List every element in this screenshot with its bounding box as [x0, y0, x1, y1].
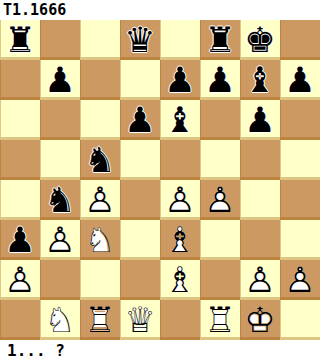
square-h3[interactable]: [280, 220, 320, 260]
piece-white-pawn[interactable]: ♟♙: [200, 180, 240, 220]
white-piece-outline: ♗: [160, 220, 200, 260]
piece-white-bishop[interactable]: ♝♗: [160, 260, 200, 300]
white-piece-outline: ♖: [200, 300, 240, 340]
square-h2[interactable]: ♟♙: [280, 260, 320, 300]
white-piece-outline: ♔: [240, 300, 280, 340]
white-piece-outline: ♘: [40, 300, 80, 340]
piece-black-knight[interactable]: ♞: [80, 140, 120, 180]
piece-white-pawn[interactable]: ♟♙: [160, 180, 200, 220]
piece-white-bishop[interactable]: ♝♗: [160, 220, 200, 260]
white-piece-outline: ♖: [80, 300, 120, 340]
square-b2[interactable]: [40, 260, 80, 300]
puzzle-id-label: T1.1666: [0, 0, 320, 20]
square-c7[interactable]: [80, 60, 120, 100]
piece-black-pawn[interactable]: ♟: [120, 100, 160, 140]
piece-white-queen[interactable]: ♛♕: [120, 300, 160, 340]
square-h6[interactable]: [280, 100, 320, 140]
square-d6[interactable]: ♟: [120, 100, 160, 140]
piece-white-pawn[interactable]: ♟♙: [80, 180, 120, 220]
square-d5[interactable]: [120, 140, 160, 180]
square-a7[interactable]: [0, 60, 40, 100]
piece-black-rook[interactable]: ♜: [200, 20, 240, 60]
white-piece-outline: ♙: [240, 260, 280, 300]
square-f5[interactable]: [200, 140, 240, 180]
square-c5[interactable]: ♞: [80, 140, 120, 180]
piece-black-knight[interactable]: ♞: [40, 180, 80, 220]
square-b1[interactable]: ♞♘: [40, 300, 80, 340]
piece-black-pawn[interactable]: ♟: [200, 60, 240, 100]
piece-white-knight[interactable]: ♞♘: [80, 220, 120, 260]
piece-black-bishop[interactable]: ♝: [240, 60, 280, 100]
square-h5[interactable]: [280, 140, 320, 180]
piece-white-pawn[interactable]: ♟♙: [0, 260, 40, 300]
square-c1[interactable]: ♜♖: [80, 300, 120, 340]
white-piece-outline: ♙: [160, 180, 200, 220]
piece-white-rook[interactable]: ♜♖: [80, 300, 120, 340]
piece-black-bishop[interactable]: ♝: [160, 100, 200, 140]
square-a5[interactable]: [0, 140, 40, 180]
square-e8[interactable]: [160, 20, 200, 60]
square-a6[interactable]: [0, 100, 40, 140]
square-b5[interactable]: [40, 140, 80, 180]
square-b6[interactable]: [40, 100, 80, 140]
piece-black-king[interactable]: ♚: [240, 20, 280, 60]
white-piece-outline: ♕: [120, 300, 160, 340]
square-c4[interactable]: ♟♙: [80, 180, 120, 220]
piece-black-pawn[interactable]: ♟: [280, 60, 320, 100]
square-h8[interactable]: [280, 20, 320, 60]
square-c6[interactable]: [80, 100, 120, 140]
square-f7[interactable]: ♟: [200, 60, 240, 100]
move-prompt-label: 1... ?: [0, 340, 320, 360]
square-a4[interactable]: [0, 180, 40, 220]
square-e1[interactable]: [160, 300, 200, 340]
chess-board: ♜♛♜♚♟♟♟♝♟♟♝♟♞♞♟♙♟♙♟♙♟♟♙♞♘♝♗♟♙♝♗♟♙♟♙♞♘♜♖♛…: [0, 20, 320, 340]
square-d7[interactable]: [120, 60, 160, 100]
white-piece-outline: ♙: [40, 220, 80, 260]
piece-black-queen[interactable]: ♛: [120, 20, 160, 60]
square-f4[interactable]: ♟♙: [200, 180, 240, 220]
square-c8[interactable]: [80, 20, 120, 60]
piece-white-pawn[interactable]: ♟♙: [280, 260, 320, 300]
white-piece-outline: ♙: [80, 180, 120, 220]
square-a2[interactable]: ♟♙: [0, 260, 40, 300]
square-d4[interactable]: [120, 180, 160, 220]
white-piece-outline: ♗: [160, 260, 200, 300]
square-f3[interactable]: [200, 220, 240, 260]
square-g4[interactable]: [240, 180, 280, 220]
square-g7[interactable]: ♝: [240, 60, 280, 100]
square-c3[interactable]: ♞♘: [80, 220, 120, 260]
piece-white-knight[interactable]: ♞♘: [40, 300, 80, 340]
square-e6[interactable]: ♝: [160, 100, 200, 140]
piece-white-pawn[interactable]: ♟♙: [240, 260, 280, 300]
square-b4[interactable]: ♞: [40, 180, 80, 220]
square-g3[interactable]: [240, 220, 280, 260]
piece-black-rook[interactable]: ♜: [0, 20, 40, 60]
white-piece-outline: ♙: [0, 260, 40, 300]
square-h4[interactable]: [280, 180, 320, 220]
square-a8[interactable]: ♜: [0, 20, 40, 60]
square-b7[interactable]: ♟: [40, 60, 80, 100]
square-d8[interactable]: ♛: [120, 20, 160, 60]
square-f2[interactable]: [200, 260, 240, 300]
square-h1[interactable]: [280, 300, 320, 340]
piece-white-pawn[interactable]: ♟♙: [40, 220, 80, 260]
square-f8[interactable]: ♜: [200, 20, 240, 60]
piece-black-pawn[interactable]: ♟: [40, 60, 80, 100]
square-d2[interactable]: [120, 260, 160, 300]
square-g6[interactable]: ♟: [240, 100, 280, 140]
square-h7[interactable]: ♟: [280, 60, 320, 100]
piece-black-pawn[interactable]: ♟: [160, 60, 200, 100]
piece-black-pawn[interactable]: ♟: [240, 100, 280, 140]
piece-black-pawn[interactable]: ♟: [0, 220, 40, 260]
square-a3[interactable]: ♟: [0, 220, 40, 260]
square-g8[interactable]: ♚: [240, 20, 280, 60]
square-b8[interactable]: [40, 20, 80, 60]
square-f1[interactable]: ♜♖: [200, 300, 240, 340]
square-e7[interactable]: ♟: [160, 60, 200, 100]
square-g2[interactable]: ♟♙: [240, 260, 280, 300]
square-e5[interactable]: [160, 140, 200, 180]
square-e2[interactable]: ♝♗: [160, 260, 200, 300]
square-f6[interactable]: [200, 100, 240, 140]
square-e4[interactable]: ♟♙: [160, 180, 200, 220]
square-b3[interactable]: ♟♙: [40, 220, 80, 260]
square-c2[interactable]: [80, 260, 120, 300]
square-d3[interactable]: [120, 220, 160, 260]
piece-white-rook[interactable]: ♜♖: [200, 300, 240, 340]
square-g1[interactable]: ♚♔: [240, 300, 280, 340]
square-d1[interactable]: ♛♕: [120, 300, 160, 340]
square-a1[interactable]: [0, 300, 40, 340]
white-piece-outline: ♙: [280, 260, 320, 300]
piece-white-king[interactable]: ♚♔: [240, 300, 280, 340]
square-g5[interactable]: [240, 140, 280, 180]
square-e3[interactable]: ♝♗: [160, 220, 200, 260]
white-piece-outline: ♙: [200, 180, 240, 220]
white-piece-outline: ♘: [80, 220, 120, 260]
